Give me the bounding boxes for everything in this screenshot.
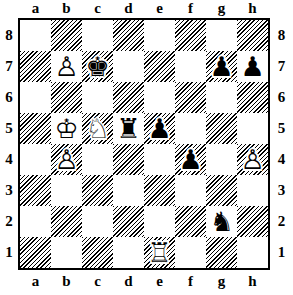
- square-a4[interactable]: [20, 144, 51, 175]
- square-f6[interactable]: [175, 82, 206, 113]
- square-e2[interactable]: [144, 206, 175, 237]
- square-f8[interactable]: [175, 20, 206, 51]
- square-f4[interactable]: ♟♟: [175, 144, 206, 175]
- file-label-c: c: [82, 274, 113, 295]
- square-c5[interactable]: ♞♘: [82, 113, 113, 144]
- square-g8[interactable]: [206, 20, 237, 51]
- rank-label-3: 3: [270, 175, 293, 206]
- black-pawn: ♟♟: [144, 113, 175, 144]
- file-label-b: b: [51, 0, 82, 18]
- rank-label-2: 2: [0, 206, 18, 237]
- square-a3[interactable]: [20, 175, 51, 206]
- square-g2[interactable]: ♞♞: [206, 206, 237, 237]
- square-h2[interactable]: [237, 206, 268, 237]
- file-label-g: g: [206, 0, 237, 18]
- file-labels-bottom: abcdefgh: [18, 270, 270, 295]
- rank-label-1: 1: [270, 237, 293, 268]
- square-c1[interactable]: [82, 237, 113, 268]
- file-label-h: h: [237, 0, 268, 18]
- white-rook: ♜♖: [144, 237, 175, 268]
- rank-label-5: 5: [0, 113, 18, 144]
- white-pawn: ♟♙: [51, 51, 82, 82]
- square-f7[interactable]: [175, 51, 206, 82]
- square-d8[interactable]: [113, 20, 144, 51]
- square-f3[interactable]: [175, 175, 206, 206]
- rank-label-5: 5: [270, 113, 293, 144]
- rank-label-7: 7: [0, 51, 18, 82]
- black-knight: ♞♞: [206, 206, 237, 237]
- rank-label-3: 3: [0, 175, 18, 206]
- rank-label-2: 2: [270, 206, 293, 237]
- square-d2[interactable]: [113, 206, 144, 237]
- chess-diagram: abcdefgh 87654321 ♟♙♚♚♟♟♟♟♚♔♞♘♜♜♟♟♟♙♟♟♟♙…: [0, 0, 293, 295]
- rank-label-6: 6: [270, 82, 293, 113]
- file-label-a: a: [20, 274, 51, 295]
- file-label-f: f: [175, 0, 206, 18]
- square-b1[interactable]: [51, 237, 82, 268]
- square-d3[interactable]: [113, 175, 144, 206]
- square-a1[interactable]: [20, 237, 51, 268]
- black-pawn: ♟♟: [175, 144, 206, 175]
- square-c6[interactable]: [82, 82, 113, 113]
- file-label-d: d: [113, 274, 144, 295]
- white-pawn: ♟♙: [237, 144, 268, 175]
- square-h6[interactable]: [237, 82, 268, 113]
- square-e6[interactable]: [144, 82, 175, 113]
- rank-label-6: 6: [0, 82, 18, 113]
- file-label-e: e: [144, 0, 175, 18]
- chess-board: ♟♙♚♚♟♟♟♟♚♔♞♘♜♜♟♟♟♙♟♟♟♙♞♞♜♖: [18, 18, 270, 270]
- square-e1[interactable]: ♜♖: [144, 237, 175, 268]
- file-label-c: c: [82, 0, 113, 18]
- square-g3[interactable]: [206, 175, 237, 206]
- square-b6[interactable]: [51, 82, 82, 113]
- square-c3[interactable]: [82, 175, 113, 206]
- square-b3[interactable]: [51, 175, 82, 206]
- rank-label-7: 7: [270, 51, 293, 82]
- file-label-a: a: [20, 0, 51, 18]
- square-c8[interactable]: [82, 20, 113, 51]
- rank-label-1: 1: [0, 237, 18, 268]
- square-h5[interactable]: [237, 113, 268, 144]
- black-pawn: ♟♟: [206, 51, 237, 82]
- square-e3[interactable]: [144, 175, 175, 206]
- white-pawn: ♟♙: [51, 144, 82, 175]
- square-e5[interactable]: ♟♟: [144, 113, 175, 144]
- square-a5[interactable]: [20, 113, 51, 144]
- square-h4[interactable]: ♟♙: [237, 144, 268, 175]
- square-g4[interactable]: [206, 144, 237, 175]
- black-king: ♚♚: [82, 51, 113, 82]
- square-a6[interactable]: [20, 82, 51, 113]
- square-e8[interactable]: [144, 20, 175, 51]
- square-h3[interactable]: [237, 175, 268, 206]
- square-d7[interactable]: [113, 51, 144, 82]
- square-a7[interactable]: [20, 51, 51, 82]
- square-f1[interactable]: [175, 237, 206, 268]
- rank-labels-right: 87654321: [270, 18, 293, 270]
- square-e4[interactable]: [144, 144, 175, 175]
- black-rook: ♜♜: [113, 113, 144, 144]
- square-g7[interactable]: ♟♟: [206, 51, 237, 82]
- square-a8[interactable]: [20, 20, 51, 51]
- square-h1[interactable]: [237, 237, 268, 268]
- square-e7[interactable]: [144, 51, 175, 82]
- file-label-b: b: [51, 274, 82, 295]
- black-pawn: ♟♟: [237, 51, 268, 82]
- rank-label-4: 4: [0, 144, 18, 175]
- rank-labels-left: 87654321: [0, 18, 18, 270]
- square-b2[interactable]: [51, 206, 82, 237]
- square-c2[interactable]: [82, 206, 113, 237]
- square-h7[interactable]: ♟♟: [237, 51, 268, 82]
- square-g6[interactable]: [206, 82, 237, 113]
- white-king: ♚♔: [51, 113, 82, 144]
- rank-label-8: 8: [0, 20, 18, 51]
- square-d4[interactable]: [113, 144, 144, 175]
- square-g5[interactable]: [206, 113, 237, 144]
- file-label-e: e: [144, 274, 175, 295]
- square-c4[interactable]: [82, 144, 113, 175]
- square-b8[interactable]: [51, 20, 82, 51]
- white-knight: ♞♘: [82, 113, 113, 144]
- square-c7[interactable]: ♚♚: [82, 51, 113, 82]
- file-label-g: g: [206, 274, 237, 295]
- square-a2[interactable]: [20, 206, 51, 237]
- file-labels-top: abcdefgh: [18, 0, 270, 18]
- square-d6[interactable]: [113, 82, 144, 113]
- rank-label-8: 8: [270, 20, 293, 51]
- rank-label-4: 4: [270, 144, 293, 175]
- square-d5[interactable]: ♜♜: [113, 113, 144, 144]
- square-f5[interactable]: [175, 113, 206, 144]
- square-f2[interactable]: [175, 206, 206, 237]
- square-h8[interactable]: [237, 20, 268, 51]
- square-b4[interactable]: ♟♙: [51, 144, 82, 175]
- square-g1[interactable]: [206, 237, 237, 268]
- square-d1[interactable]: [113, 237, 144, 268]
- square-b5[interactable]: ♚♔: [51, 113, 82, 144]
- file-label-d: d: [113, 0, 144, 18]
- file-label-h: h: [237, 274, 268, 295]
- square-b7[interactable]: ♟♙: [51, 51, 82, 82]
- file-label-f: f: [175, 274, 206, 295]
